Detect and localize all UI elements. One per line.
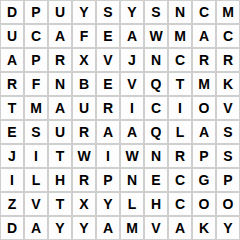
grid-cell-r1c2[interactable]: P (24, 0, 48, 24)
grid-cell-r6c6[interactable]: A (120, 120, 144, 144)
grid-cell-r3c7[interactable]: N (144, 48, 168, 72)
word-search-board: DPUYSYSNCMUCAFEAWMACAPRXVJNCRRRFNBEVQTMK… (0, 0, 240, 240)
grid-cell-r6c7[interactable]: Q (144, 120, 168, 144)
grid-cell-r6c9[interactable]: A (192, 120, 216, 144)
grid-cell-r5c10[interactable]: V (216, 96, 240, 120)
grid-cell-r5c4[interactable]: U (72, 96, 96, 120)
grid-cell-r2c5[interactable]: E (96, 24, 120, 48)
grid-cell-r2c10[interactable]: C (216, 24, 240, 48)
grid-cell-r6c8[interactable]: L (168, 120, 192, 144)
grid-cell-r9c9[interactable]: O (192, 192, 216, 216)
grid-cell-r5c9[interactable]: O (192, 96, 216, 120)
grid-cell-r5c7[interactable]: C (144, 96, 168, 120)
grid-cell-r7c7[interactable]: N (144, 144, 168, 168)
grid-cell-r6c3[interactable]: U (48, 120, 72, 144)
grid-cell-r3c4[interactable]: X (72, 48, 96, 72)
grid-cell-r10c5[interactable]: A (96, 216, 120, 240)
grid-cell-r1c8[interactable]: N (168, 0, 192, 24)
grid-cell-r3c10[interactable]: R (216, 48, 240, 72)
grid-cell-r5c8[interactable]: I (168, 96, 192, 120)
grid-cell-r1c1[interactable]: D (0, 0, 24, 24)
grid-cell-r2c8[interactable]: M (168, 24, 192, 48)
grid-cell-r8c1[interactable]: I (0, 168, 24, 192)
grid-cell-r3c6[interactable]: J (120, 48, 144, 72)
grid-cell-r4c8[interactable]: T (168, 72, 192, 96)
grid-cell-r10c7[interactable]: V (144, 216, 168, 240)
grid-cell-r3c8[interactable]: C (168, 48, 192, 72)
grid-cell-r1c6[interactable]: Y (120, 0, 144, 24)
grid-cell-r8c2[interactable]: L (24, 168, 48, 192)
grid-cell-r6c5[interactable]: A (96, 120, 120, 144)
grid-cell-r2c1[interactable]: U (0, 24, 24, 48)
grid-cell-r1c3[interactable]: U (48, 0, 72, 24)
grid-cell-r8c8[interactable]: C (168, 168, 192, 192)
grid-cell-r4c5[interactable]: E (96, 72, 120, 96)
grid-cell-r8c5[interactable]: P (96, 168, 120, 192)
grid-cell-r10c4[interactable]: Y (72, 216, 96, 240)
grid-cell-r9c6[interactable]: L (120, 192, 144, 216)
grid-cell-r5c6[interactable]: I (120, 96, 144, 120)
grid-cell-r3c3[interactable]: R (48, 48, 72, 72)
grid-cell-r4c2[interactable]: F (24, 72, 48, 96)
grid-cell-r4c7[interactable]: Q (144, 72, 168, 96)
grid-cell-r3c9[interactable]: R (192, 48, 216, 72)
grid-cell-r10c8[interactable]: A (168, 216, 192, 240)
grid-cell-r9c10[interactable]: O (216, 192, 240, 216)
grid-cell-r3c5[interactable]: V (96, 48, 120, 72)
grid-cell-r8c9[interactable]: G (192, 168, 216, 192)
grid-cell-r9c2[interactable]: V (24, 192, 48, 216)
grid-cell-r9c7[interactable]: H (144, 192, 168, 216)
grid-cell-r5c2[interactable]: M (24, 96, 48, 120)
grid-cell-r5c3[interactable]: A (48, 96, 72, 120)
grid-cell-r1c7[interactable]: S (144, 0, 168, 24)
grid-cell-r9c1[interactable]: Z (0, 192, 24, 216)
grid-cell-r4c9[interactable]: M (192, 72, 216, 96)
grid-cell-r6c4[interactable]: R (72, 120, 96, 144)
grid-cell-r9c8[interactable]: C (168, 192, 192, 216)
grid-cell-r1c9[interactable]: C (192, 0, 216, 24)
grid-cell-r8c7[interactable]: E (144, 168, 168, 192)
grid-cell-r7c3[interactable]: T (48, 144, 72, 168)
grid-cell-r1c10[interactable]: M (216, 0, 240, 24)
grid-cell-r10c1[interactable]: D (0, 216, 24, 240)
grid-cell-r9c5[interactable]: Y (96, 192, 120, 216)
grid-cell-r10c9[interactable]: K (192, 216, 216, 240)
grid-cell-r7c6[interactable]: W (120, 144, 144, 168)
grid-cell-r2c3[interactable]: A (48, 24, 72, 48)
grid-cell-r10c2[interactable]: A (24, 216, 48, 240)
grid-cell-r2c9[interactable]: A (192, 24, 216, 48)
grid-cell-r8c3[interactable]: H (48, 168, 72, 192)
grid-cell-r2c4[interactable]: F (72, 24, 96, 48)
grid-cell-r2c6[interactable]: A (120, 24, 144, 48)
grid-cell-r10c10[interactable]: Y (216, 216, 240, 240)
grid-cell-r5c1[interactable]: T (0, 96, 24, 120)
grid-cell-r10c6[interactable]: M (120, 216, 144, 240)
grid-cell-r7c4[interactable]: W (72, 144, 96, 168)
grid-cell-r4c3[interactable]: N (48, 72, 72, 96)
grid-cell-r4c6[interactable]: V (120, 72, 144, 96)
grid-cell-r3c1[interactable]: A (0, 48, 24, 72)
grid-cell-r6c1[interactable]: E (0, 120, 24, 144)
grid-cell-r7c9[interactable]: P (192, 144, 216, 168)
grid-cell-r8c4[interactable]: R (72, 168, 96, 192)
grid-cell-r7c1[interactable]: J (0, 144, 24, 168)
grid-cell-r1c4[interactable]: Y (72, 0, 96, 24)
grid-cell-r9c3[interactable]: T (48, 192, 72, 216)
grid-cell-r4c1[interactable]: R (0, 72, 24, 96)
grid-cell-r6c2[interactable]: S (24, 120, 48, 144)
grid-cell-r3c2[interactable]: P (24, 48, 48, 72)
grid-cell-r2c7[interactable]: W (144, 24, 168, 48)
grid-cell-r4c10[interactable]: K (216, 72, 240, 96)
grid-cell-r1c5[interactable]: S (96, 0, 120, 24)
grid-cell-r8c6[interactable]: N (120, 168, 144, 192)
grid-cell-r5c5[interactable]: R (96, 96, 120, 120)
grid-cell-r7c2[interactable]: I (24, 144, 48, 168)
grid-cell-r6c10[interactable]: S (216, 120, 240, 144)
grid-cell-r2c2[interactable]: C (24, 24, 48, 48)
grid-cell-r7c10[interactable]: S (216, 144, 240, 168)
grid-cell-r10c3[interactable]: Y (48, 216, 72, 240)
grid-cell-r7c5[interactable]: I (96, 144, 120, 168)
grid-cell-r4c4[interactable]: B (72, 72, 96, 96)
grid-cell-r9c4[interactable]: X (72, 192, 96, 216)
grid-cell-r7c8[interactable]: R (168, 144, 192, 168)
grid-cell-r8c10[interactable]: P (216, 168, 240, 192)
